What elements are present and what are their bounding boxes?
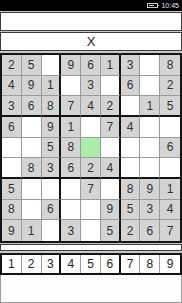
cell-r1c3[interactable] [42,55,62,76]
cell-r7c8[interactable]: 9 [140,179,160,200]
cell-r3c5[interactable]: 4 [81,96,101,117]
numpad-key-3[interactable]: 3 [42,255,62,273]
cell-r3c7[interactable] [121,96,141,117]
cell-r7c5[interactable]: 7 [81,179,101,200]
cell-r5c5[interactable] [81,138,101,159]
cell-r3c1[interactable]: 3 [2,96,22,117]
cell-r6c2[interactable]: 8 [22,158,42,179]
cell-r7c4[interactable] [61,179,81,200]
cell-r1c4[interactable]: 9 [61,55,81,76]
cell-r6c7[interactable] [121,158,141,179]
cell-r5c4[interactable]: 8 [61,138,81,159]
battery-icon [147,3,158,8]
cell-r9c3[interactable] [42,220,62,241]
cell-r5c8[interactable] [140,138,160,159]
cell-r5c1[interactable] [2,138,22,159]
cell-r3c9[interactable]: 5 [160,96,180,117]
top-panel [0,12,182,31]
cell-r7c3[interactable] [42,179,62,200]
cell-r9c5[interactable] [81,220,101,241]
cell-r5c7[interactable] [121,138,141,159]
cell-r7c9[interactable]: 1 [160,179,180,200]
cell-r1c2[interactable]: 5 [22,55,42,76]
cell-r2c5[interactable]: 3 [81,76,101,97]
numpad-key-7[interactable]: 7 [121,255,141,273]
cell-r4c4[interactable]: 1 [61,117,81,138]
cell-r6c6[interactable]: 4 [101,158,121,179]
cell-r8c8[interactable]: 3 [140,200,160,221]
number-pad: 123456789 [0,253,182,275]
close-button-label: X [87,34,96,49]
cell-r3c6[interactable]: 2 [101,96,121,117]
cell-r9c7[interactable]: 2 [121,220,141,241]
numpad-key-9[interactable]: 9 [160,255,180,273]
cell-r6c8[interactable] [140,158,160,179]
status-bar: 10:45 [0,0,182,11]
cell-r8c4[interactable] [61,200,81,221]
cell-r6c5[interactable]: 2 [81,158,101,179]
cell-r6c1[interactable] [2,158,22,179]
cell-r2c8[interactable] [140,76,160,97]
sudoku-grid: 2596138491362368742156917458683624578918… [0,53,182,243]
cell-r6c9[interactable] [160,158,180,179]
cell-r1c8[interactable] [140,55,160,76]
bottom-panel [0,275,182,303]
cell-r9c6[interactable]: 5 [101,220,121,241]
cell-r1c7[interactable]: 3 [121,55,141,76]
cell-r8c7[interactable]: 5 [121,200,141,221]
cell-r8c2[interactable] [22,200,42,221]
close-button[interactable]: X [0,32,182,51]
cell-r2c3[interactable]: 1 [42,76,62,97]
cell-r9c1[interactable]: 9 [2,220,22,241]
numpad-key-6[interactable]: 6 [101,255,121,273]
cell-r4c7[interactable]: 4 [121,117,141,138]
numpad-key-4[interactable]: 4 [61,255,81,273]
cell-r3c4[interactable]: 7 [61,96,81,117]
cell-r7c7[interactable]: 8 [121,179,141,200]
cell-r1c9[interactable]: 8 [160,55,180,76]
cell-r2c2[interactable]: 9 [22,76,42,97]
cell-r3c8[interactable]: 1 [140,96,160,117]
status-time: 10:45 [161,0,179,11]
numpad-key-2[interactable]: 2 [22,255,42,273]
cell-r9c4[interactable]: 3 [61,220,81,241]
cell-r4c6[interactable]: 7 [101,117,121,138]
numpad-key-5[interactable]: 5 [81,255,101,273]
cell-r8c3[interactable]: 6 [42,200,62,221]
cell-r5c6[interactable] [101,138,121,159]
cell-r2c6[interactable] [101,76,121,97]
cell-r2c1[interactable]: 4 [2,76,22,97]
cell-r4c8[interactable] [140,117,160,138]
cell-r2c7[interactable]: 6 [121,76,141,97]
cell-r4c3[interactable]: 9 [42,117,62,138]
cell-r4c1[interactable]: 6 [2,117,22,138]
cell-r3c2[interactable]: 6 [22,96,42,117]
cell-r4c2[interactable] [22,117,42,138]
cell-r7c2[interactable] [22,179,42,200]
cell-r7c6[interactable] [101,179,121,200]
cell-r3c3[interactable]: 8 [42,96,62,117]
divider-bar [0,244,182,251]
cell-r8c5[interactable] [81,200,101,221]
cell-r1c1[interactable]: 2 [2,55,22,76]
cell-r7c1[interactable]: 5 [2,179,22,200]
cell-r9c2[interactable]: 1 [22,220,42,241]
cell-r2c9[interactable]: 2 [160,76,180,97]
cell-r5c9[interactable]: 6 [160,138,180,159]
cell-r5c2[interactable] [22,138,42,159]
cell-r9c8[interactable]: 6 [140,220,160,241]
cell-r6c4[interactable]: 6 [61,158,81,179]
cell-r8c1[interactable]: 8 [2,200,22,221]
cell-r1c6[interactable]: 1 [101,55,121,76]
cell-r8c6[interactable]: 9 [101,200,121,221]
cell-r5c3[interactable]: 5 [42,138,62,159]
cell-r8c9[interactable]: 4 [160,200,180,221]
numpad-key-1[interactable]: 1 [2,255,22,273]
cell-r6c3[interactable]: 3 [42,158,62,179]
numpad-key-8[interactable]: 8 [140,255,160,273]
cell-r4c9[interactable] [160,117,180,138]
cell-r2c4[interactable] [61,76,81,97]
cell-r4c5[interactable] [81,117,101,138]
cell-r1c5[interactable]: 6 [81,55,101,76]
cell-r9c9[interactable]: 7 [160,220,180,241]
